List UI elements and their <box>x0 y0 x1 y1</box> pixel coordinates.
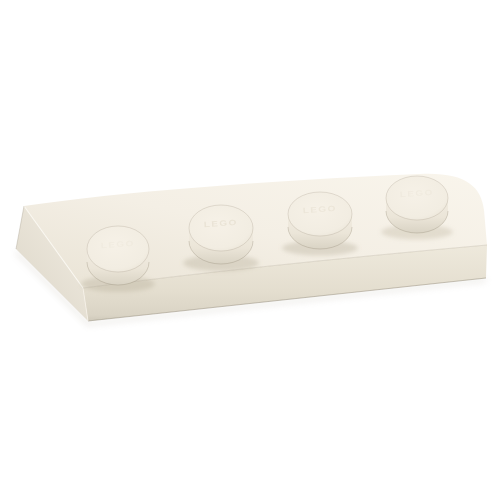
stud-3-top <box>288 192 352 236</box>
product-photo: LEGO LEGO LEGO <box>0 0 500 500</box>
stud-3: LEGO <box>282 192 358 256</box>
stud-2-top <box>189 205 253 251</box>
lego-brick-illustration: LEGO LEGO LEGO <box>0 0 500 500</box>
stud-1: LEGO <box>81 226 155 292</box>
stud-4: LEGO <box>381 176 453 240</box>
stud-1-top <box>87 226 149 272</box>
stud-2: LEGO <box>183 205 259 271</box>
stud-4-top <box>386 176 448 220</box>
